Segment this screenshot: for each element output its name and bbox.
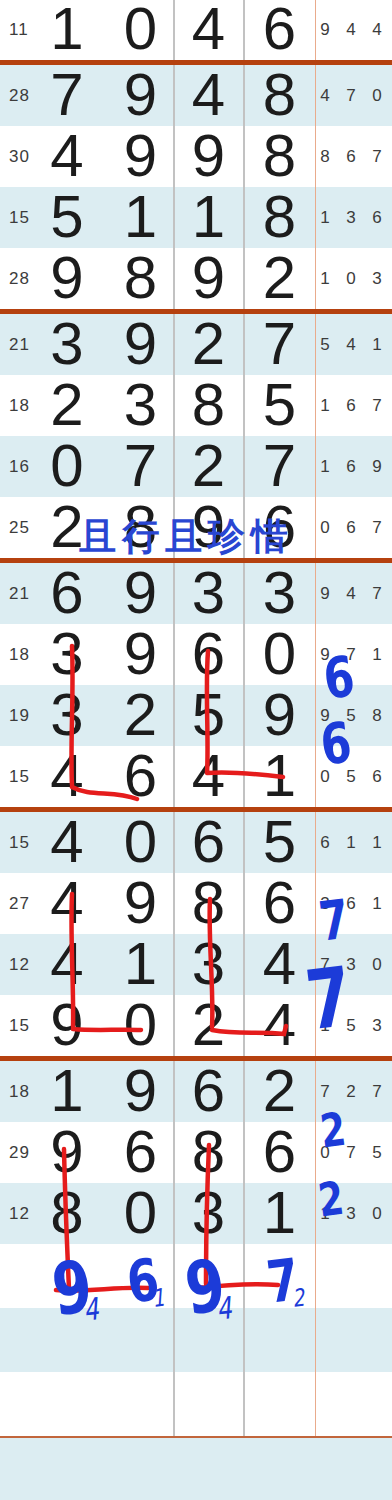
draw-digit-4: 7 bbox=[244, 436, 315, 496]
tail-digit-1: 0 bbox=[316, 518, 334, 538]
tail-digit-2: 1 bbox=[342, 833, 360, 853]
draw-digit-4: 4 bbox=[244, 995, 315, 1055]
draw-digit-4: 7 bbox=[244, 314, 315, 374]
draw-digit-4: 5 bbox=[244, 375, 315, 435]
draw-row: 16 0 7 2 7 1 6 9 bbox=[0, 436, 392, 497]
tail-digit-3: 7 bbox=[368, 1082, 386, 1102]
tail-digit-2: 6 bbox=[342, 147, 360, 167]
draw-digit-1: 7 bbox=[35, 65, 99, 125]
tail-digit-3: 1 bbox=[368, 833, 386, 853]
draw-digit-3: 2 bbox=[173, 314, 244, 374]
draw-row: 28 7 9 4 8 4 7 0 bbox=[0, 65, 392, 126]
draw-digit-3: 8 bbox=[173, 1122, 244, 1182]
tail-digit-2: 2 bbox=[342, 1082, 360, 1102]
tail-digit-1: 9 bbox=[316, 584, 334, 604]
tail-digit-3: 6 bbox=[368, 208, 386, 228]
tail-digit-1: 1 bbox=[316, 269, 334, 289]
tail-digit-3: 7 bbox=[368, 584, 386, 604]
draw-digit-1: 3 bbox=[35, 685, 99, 745]
draw-digit-4: 8 bbox=[244, 65, 315, 125]
tail-digit-1: 5 bbox=[316, 335, 334, 355]
draw-row: 11 1 0 4 6 9 4 4 bbox=[0, 0, 392, 60]
tail-digits: 9 4 4 bbox=[315, 20, 392, 40]
draw-digit-1: 0 bbox=[35, 436, 99, 496]
draw-digit-4: 3 bbox=[244, 563, 315, 623]
draw-digit-2: 7 bbox=[108, 436, 173, 496]
tail-digit-3: 3 bbox=[368, 269, 386, 289]
tail-digit-1: 6 bbox=[316, 833, 334, 853]
tail-digits: 6 1 1 bbox=[315, 833, 392, 853]
group-separator bbox=[0, 558, 392, 563]
tail-digit-1: 1 bbox=[316, 396, 334, 416]
draw-digit-3: 3 bbox=[173, 934, 244, 994]
tail-digit-3: 8 bbox=[368, 706, 386, 726]
draw-digit-1: 1 bbox=[35, 1061, 99, 1121]
draw-digit-3: 9 bbox=[173, 248, 244, 308]
draw-digit-4: 5 bbox=[244, 812, 315, 872]
draw-digit-1: 9 bbox=[35, 1122, 99, 1182]
draw-digit-3: 4 bbox=[173, 746, 244, 806]
draw-digit-2: 0 bbox=[108, 995, 173, 1055]
draw-digit-2: 9 bbox=[108, 314, 173, 374]
draw-digit-4: 1 bbox=[244, 746, 315, 806]
tail-digit-3: 0 bbox=[368, 955, 386, 975]
draw-digit-2: 6 bbox=[108, 746, 173, 806]
draw-digit-4: 8 bbox=[244, 187, 315, 247]
draw-digit-2: 0 bbox=[108, 1183, 173, 1243]
draw-digit-4: 6 bbox=[244, 873, 315, 933]
draw-digit-3: 4 bbox=[173, 65, 244, 125]
draw-digit-3: 6 bbox=[173, 624, 244, 684]
group-separator bbox=[0, 309, 392, 314]
tail-digits: 1 0 3 bbox=[315, 269, 392, 289]
draw-digit-1: 9 bbox=[35, 995, 99, 1055]
draw-digit-3: 1 bbox=[173, 187, 244, 247]
draw-digit-1: 5 bbox=[35, 187, 99, 247]
tail-digit-3: 9 bbox=[368, 457, 386, 477]
draw-digit-2: 0 bbox=[108, 812, 173, 872]
tail-digits: 1 3 6 bbox=[315, 208, 392, 228]
tail-digit-3: 4 bbox=[368, 20, 386, 40]
tail-digit-3: 5 bbox=[368, 1143, 386, 1163]
draw-digit-1: 3 bbox=[35, 314, 99, 374]
draw-digit-4: 2 bbox=[244, 1061, 315, 1121]
lottery-trend-chart: 11 1 0 4 6 9 4 4 28 7 9 4 8 4 7 0 30 4 9… bbox=[0, 0, 392, 1500]
draw-digit-1: 9 bbox=[35, 248, 99, 308]
tail-digit-2: 4 bbox=[342, 335, 360, 355]
draw-digit-1: 6 bbox=[35, 563, 99, 623]
draw-digit-2: 9 bbox=[108, 873, 173, 933]
tail-digit-1: 9 bbox=[316, 20, 334, 40]
draw-digit-3: 4 bbox=[173, 0, 244, 59]
draw-digit-2: 9 bbox=[108, 563, 173, 623]
draw-digit-2: 9 bbox=[108, 65, 173, 125]
tail-digits: 1 6 9 bbox=[315, 457, 392, 477]
draw-digit-1: 4 bbox=[35, 873, 99, 933]
draw-digit-4: 0 bbox=[244, 624, 315, 684]
draw-digit-1: 4 bbox=[35, 126, 99, 186]
draw-digit-3: 8 bbox=[173, 375, 244, 435]
bottom-band bbox=[0, 1438, 392, 1500]
draw-row: 21 6 9 3 3 9 4 7 bbox=[0, 563, 392, 624]
draw-digit-2: 6 bbox=[108, 1122, 173, 1182]
draw-digit-4: 6 bbox=[244, 1122, 315, 1182]
bottom-separator-line bbox=[0, 1436, 392, 1438]
draw-digit-2: 1 bbox=[108, 187, 173, 247]
tail-digit-2: 7 bbox=[342, 86, 360, 106]
handwritten-subscript-digit: 2 bbox=[291, 1286, 306, 1312]
draw-digit-1: 3 bbox=[35, 624, 99, 684]
draw-digit-1: 1 bbox=[35, 0, 99, 59]
draw-digit-1: 4 bbox=[35, 812, 99, 872]
draw-digit-3: 6 bbox=[173, 812, 244, 872]
draw-row: 15 5 1 1 8 1 3 6 bbox=[0, 187, 392, 248]
tail-digits: 5 4 1 bbox=[315, 335, 392, 355]
tail-digit-2: 3 bbox=[342, 208, 360, 228]
tail-digit-2: 6 bbox=[342, 518, 360, 538]
draw-digit-2: 3 bbox=[108, 375, 173, 435]
tail-digit-3: 0 bbox=[368, 86, 386, 106]
draw-digit-1: 2 bbox=[35, 375, 99, 435]
tail-digits: 0 6 7 bbox=[315, 518, 392, 538]
tail-digit-2: 6 bbox=[342, 457, 360, 477]
draw-row: 28 9 8 9 2 1 0 3 bbox=[0, 248, 392, 309]
draw-rows-container: 11 1 0 4 6 9 4 4 28 7 9 4 8 4 7 0 30 4 9… bbox=[0, 0, 392, 1244]
draw-digit-4: 6 bbox=[244, 0, 315, 59]
tail-digit-1: 4 bbox=[316, 86, 334, 106]
tail-digit-3: 7 bbox=[368, 396, 386, 416]
draw-row: 30 4 9 9 8 8 6 7 bbox=[0, 126, 392, 187]
draw-digit-4: 2 bbox=[244, 248, 315, 308]
group-separator bbox=[0, 1056, 392, 1061]
tail-digit-3: 1 bbox=[368, 335, 386, 355]
tail-digit-3: 1 bbox=[368, 894, 386, 914]
draw-digit-3: 3 bbox=[173, 1183, 244, 1243]
draw-digit-4: 1 bbox=[244, 1183, 315, 1243]
draw-digit-4: 8 bbox=[244, 126, 315, 186]
draw-digit-1: 8 bbox=[35, 1183, 99, 1243]
tail-digit-1: 8 bbox=[316, 147, 334, 167]
draw-digit-2: 9 bbox=[108, 1061, 173, 1121]
draw-digit-3: 5 bbox=[173, 685, 244, 745]
empty-row bbox=[0, 1372, 392, 1436]
draw-digit-2: 0 bbox=[108, 0, 173, 59]
tail-digit-2: 4 bbox=[342, 584, 360, 604]
tail-digit-2: 0 bbox=[342, 269, 360, 289]
draw-digit-2: 9 bbox=[108, 126, 173, 186]
tail-digit-2: 6 bbox=[342, 396, 360, 416]
tail-digits: 9 4 7 bbox=[315, 584, 392, 604]
tail-digit-1: 7 bbox=[316, 1082, 334, 1102]
draw-row: 21 3 9 2 7 5 4 1 bbox=[0, 314, 392, 375]
tail-digit-3: 0 bbox=[368, 1204, 386, 1224]
tail-digit-3: 7 bbox=[368, 518, 386, 538]
draw-digit-2: 1 bbox=[108, 934, 173, 994]
draw-digit-3: 8 bbox=[173, 873, 244, 933]
group-separator bbox=[0, 60, 392, 65]
tail-digit-3: 7 bbox=[368, 147, 386, 167]
draw-digit-4: 9 bbox=[244, 685, 315, 745]
draw-digit-3: 2 bbox=[173, 995, 244, 1055]
tail-digits: 4 7 0 bbox=[315, 86, 392, 106]
draw-digit-2: 8 bbox=[108, 248, 173, 308]
draw-digit-3: 6 bbox=[173, 1061, 244, 1121]
draw-digit-3: 2 bbox=[173, 436, 244, 496]
draw-digit-2: 2 bbox=[108, 685, 173, 745]
draw-digit-3: 9 bbox=[173, 126, 244, 186]
tail-digit-3: 1 bbox=[368, 645, 386, 665]
tail-digit-1: 1 bbox=[316, 457, 334, 477]
draw-digit-2: 9 bbox=[108, 624, 173, 684]
tail-digit-3: 6 bbox=[368, 767, 386, 787]
group-separator bbox=[0, 807, 392, 812]
tail-digit-3: 3 bbox=[368, 1016, 386, 1036]
draw-row: 15 4 0 6 5 6 1 1 bbox=[0, 812, 392, 873]
draw-row: 18 2 3 8 5 1 6 7 bbox=[0, 375, 392, 436]
tail-digits: 7 2 7 bbox=[315, 1082, 392, 1102]
tail-digits: 8 6 7 bbox=[315, 147, 392, 167]
draw-digit-1: 4 bbox=[35, 934, 99, 994]
tail-digit-2: 4 bbox=[342, 20, 360, 40]
handwritten-chinese-note: 且行且珍惜 bbox=[79, 518, 294, 555]
draw-digit-3: 3 bbox=[173, 563, 244, 623]
tail-digit-1: 1 bbox=[316, 208, 334, 228]
tail-digits: 1 6 7 bbox=[315, 396, 392, 416]
draw-digit-1: 4 bbox=[35, 746, 99, 806]
